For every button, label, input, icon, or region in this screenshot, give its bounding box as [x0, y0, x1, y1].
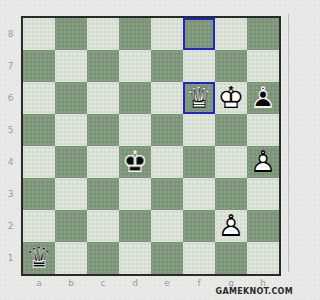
file-label-b: b: [55, 276, 87, 290]
square-g2[interactable]: ♟♙: [215, 210, 247, 242]
square-c7[interactable]: [87, 50, 119, 82]
square-a5[interactable]: [23, 114, 55, 146]
square-c1[interactable]: [87, 242, 119, 274]
piece-outline-glyph: ♔: [215, 82, 247, 114]
square-c4[interactable]: [87, 146, 119, 178]
square-a7[interactable]: [23, 50, 55, 82]
square-b2[interactable]: [55, 210, 87, 242]
square-d1[interactable]: [119, 242, 151, 274]
square-e8[interactable]: [151, 18, 183, 50]
square-c6[interactable]: [87, 82, 119, 114]
white-pawn: ♟♙: [215, 210, 247, 242]
square-d3[interactable]: [119, 178, 151, 210]
square-e5[interactable]: [151, 114, 183, 146]
square-g4[interactable]: [215, 146, 247, 178]
square-a6[interactable]: [23, 82, 55, 114]
square-e4[interactable]: [151, 146, 183, 178]
square-f8[interactable]: [183, 18, 215, 50]
chess-board: ♛♕♚♔♟♙♚♔♟♙♟♙♛♕: [23, 18, 279, 274]
square-e3[interactable]: [151, 178, 183, 210]
square-d5[interactable]: [119, 114, 151, 146]
square-b8[interactable]: [55, 18, 87, 50]
square-a4[interactable]: [23, 146, 55, 178]
square-c2[interactable]: [87, 210, 119, 242]
page-edge-line: [288, 14, 289, 272]
square-h8[interactable]: [247, 18, 279, 50]
square-b1[interactable]: [55, 242, 87, 274]
square-h7[interactable]: [247, 50, 279, 82]
rank-label-3: 3: [3, 178, 18, 210]
square-f2[interactable]: [183, 210, 215, 242]
piece-outline-glyph: ♙: [215, 210, 247, 242]
square-a2[interactable]: [23, 210, 55, 242]
square-a1[interactable]: ♛♕: [23, 242, 55, 274]
square-e7[interactable]: [151, 50, 183, 82]
square-e6[interactable]: [151, 82, 183, 114]
rank-labels: 87654321: [3, 18, 18, 274]
white-king: ♚♔: [215, 82, 247, 114]
black-king: ♚♔: [119, 146, 151, 178]
square-g8[interactable]: [215, 18, 247, 50]
rank-label-4: 4: [3, 146, 18, 178]
square-f4[interactable]: [183, 146, 215, 178]
square-c8[interactable]: [87, 18, 119, 50]
white-pawn: ♟♙: [247, 146, 279, 178]
square-b3[interactable]: [55, 178, 87, 210]
square-g1[interactable]: [215, 242, 247, 274]
square-c5[interactable]: [87, 114, 119, 146]
square-h6[interactable]: ♟♙: [247, 82, 279, 114]
rank-label-1: 1: [3, 242, 18, 274]
chess-board-frame: ♛♕♚♔♟♙♚♔♟♙♟♙♛♕: [21, 16, 281, 276]
square-h5[interactable]: [247, 114, 279, 146]
piece-outline-glyph: ♙: [247, 146, 279, 178]
square-a3[interactable]: [23, 178, 55, 210]
square-f7[interactable]: [183, 50, 215, 82]
square-d4[interactable]: ♚♔: [119, 146, 151, 178]
rank-label-2: 2: [3, 210, 18, 242]
square-e2[interactable]: [151, 210, 183, 242]
rank-label-8: 8: [3, 18, 18, 50]
square-b7[interactable]: [55, 50, 87, 82]
piece-outline-glyph: ♔: [119, 146, 151, 178]
rank-label-6: 6: [3, 82, 18, 114]
file-label-f: f: [183, 276, 215, 290]
square-a8[interactable]: [23, 18, 55, 50]
square-c3[interactable]: [87, 178, 119, 210]
square-f1[interactable]: [183, 242, 215, 274]
square-h3[interactable]: [247, 178, 279, 210]
square-d6[interactable]: [119, 82, 151, 114]
file-label-e: e: [151, 276, 183, 290]
square-h2[interactable]: [247, 210, 279, 242]
square-b5[interactable]: [55, 114, 87, 146]
black-pawn: ♟♙: [247, 82, 279, 114]
square-g7[interactable]: [215, 50, 247, 82]
square-h4[interactable]: ♟♙: [247, 146, 279, 178]
piece-outline-glyph: ♙: [247, 82, 279, 114]
square-g5[interactable]: [215, 114, 247, 146]
file-label-a: a: [23, 276, 55, 290]
square-f6[interactable]: ♛♕: [183, 82, 215, 114]
square-e1[interactable]: [151, 242, 183, 274]
square-d8[interactable]: [119, 18, 151, 50]
square-g6[interactable]: ♚♔: [215, 82, 247, 114]
site-credit[interactable]: GAMEKNOT.COM: [216, 287, 293, 296]
square-b6[interactable]: [55, 82, 87, 114]
square-h1[interactable]: [247, 242, 279, 274]
square-b4[interactable]: [55, 146, 87, 178]
black-queen: ♛♕: [23, 242, 55, 274]
file-label-d: d: [119, 276, 151, 290]
piece-outline-glyph: ♕: [183, 82, 215, 114]
rank-label-7: 7: [3, 50, 18, 82]
square-d7[interactable]: [119, 50, 151, 82]
square-g3[interactable]: [215, 178, 247, 210]
square-f5[interactable]: [183, 114, 215, 146]
square-f3[interactable]: [183, 178, 215, 210]
white-queen: ♛♕: [183, 82, 215, 114]
file-label-c: c: [87, 276, 119, 290]
rank-label-5: 5: [3, 114, 18, 146]
piece-outline-glyph: ♕: [23, 242, 55, 274]
square-d2[interactable]: [119, 210, 151, 242]
